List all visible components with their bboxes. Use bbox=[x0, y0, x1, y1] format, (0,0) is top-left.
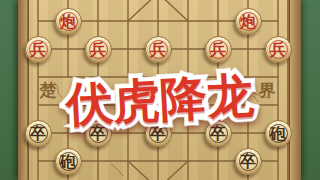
piece-black-soldier[interactable]: 卒 bbox=[205, 120, 232, 147]
piece-red-soldier[interactable]: 兵 bbox=[25, 36, 52, 63]
piece-character: 兵 bbox=[90, 42, 106, 58]
piece-character: 兵 bbox=[150, 42, 166, 58]
river-label-char: 河 bbox=[71, 80, 93, 102]
piece-character: 卒 bbox=[30, 126, 46, 142]
piece-character: 卒 bbox=[240, 154, 256, 170]
piece-black-soldier[interactable]: 卒 bbox=[25, 120, 52, 147]
piece-black-soldier[interactable]: 卒 bbox=[145, 120, 172, 147]
piece-red-soldier[interactable]: 兵 bbox=[85, 36, 112, 63]
piece-black-cannon2[interactable]: 卒 bbox=[235, 148, 262, 175]
piece-character: 砲 bbox=[270, 126, 286, 142]
river-label-char: 漢 bbox=[223, 80, 245, 102]
piece-character: 兵 bbox=[210, 42, 226, 58]
piece-character: 兵 bbox=[30, 42, 46, 58]
piece-black-cannon[interactable]: 砲 bbox=[265, 120, 292, 147]
piece-black-soldier[interactable]: 卒 bbox=[85, 120, 112, 147]
piece-character: 炮 bbox=[60, 14, 76, 30]
piece-black-cannon[interactable]: 砲 bbox=[55, 148, 82, 175]
river-label-char: 界 bbox=[256, 80, 278, 102]
piece-character: 兵 bbox=[270, 42, 286, 58]
piece-red-soldier[interactable]: 兵 bbox=[205, 36, 232, 63]
piece-character: 卒 bbox=[210, 126, 226, 142]
piece-red-soldier[interactable]: 兵 bbox=[265, 36, 292, 63]
video-frame: 楚河漢界炮炮兵兵兵兵兵卒卒卒卒砲砲卒 伏虎降龙 伏虎降龙 bbox=[0, 0, 320, 180]
piece-character: 砲 bbox=[60, 154, 76, 170]
xiangqi-board[interactable]: 楚河漢界炮炮兵兵兵兵兵卒卒卒卒砲砲卒 bbox=[18, 0, 300, 180]
piece-character: 卒 bbox=[90, 126, 106, 142]
piece-character: 炮 bbox=[240, 14, 256, 30]
piece-character: 卒 bbox=[150, 126, 166, 142]
piece-red-soldier[interactable]: 兵 bbox=[145, 36, 172, 63]
piece-red-cannon[interactable]: 炮 bbox=[235, 8, 262, 35]
piece-red-cannon[interactable]: 炮 bbox=[55, 8, 82, 35]
river-label-char: 楚 bbox=[37, 80, 59, 102]
